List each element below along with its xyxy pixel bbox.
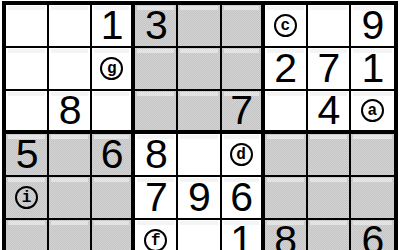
given-digit: 4 <box>317 90 339 131</box>
cell-r3c8[interactable]: 4 <box>308 91 351 134</box>
cell-r1c9[interactable]: 9 <box>351 5 394 48</box>
cell-r3c9[interactable]: a <box>351 91 394 134</box>
cell-r4c8[interactable] <box>308 134 351 177</box>
given-digit: 3 <box>145 5 167 46</box>
given-digit: 6 <box>101 134 123 175</box>
cell-r6c7[interactable]: 8 <box>265 220 308 250</box>
cell-r4c4[interactable]: 8 <box>135 134 178 177</box>
cell-r5c6[interactable]: 6 <box>222 177 265 220</box>
cell-r3c1[interactable] <box>6 91 49 134</box>
cell-r4c3[interactable]: 6 <box>92 134 135 177</box>
given-digit: 1 <box>101 5 123 46</box>
given-digit: 8 <box>274 220 296 250</box>
given-digit: 9 <box>362 5 384 46</box>
cell-r3c4[interactable] <box>135 91 178 134</box>
cell-r3c3[interactable] <box>92 91 135 134</box>
cell-r5c2[interactable] <box>49 177 92 220</box>
given-digit: 7 <box>145 177 167 218</box>
cell-r3c6[interactable]: 7 <box>222 91 265 134</box>
cell-r6c8[interactable] <box>308 220 351 250</box>
given-digit: 5 <box>16 134 38 175</box>
given-digit: 7 <box>317 48 339 89</box>
cell-r4c2[interactable] <box>49 134 92 177</box>
cell-r4c6[interactable]: d <box>222 134 265 177</box>
cell-r5c3[interactable] <box>92 177 135 220</box>
sudoku-grid: 13c9g271874a568di796f186 <box>6 5 394 250</box>
cell-r3c5[interactable] <box>178 91 221 134</box>
sudoku-scan: 13c9g271874a568di796f186 <box>0 0 400 250</box>
cell-r3c7[interactable] <box>265 91 308 134</box>
given-digit: 8 <box>59 90 81 131</box>
cell-r2c3[interactable]: g <box>92 48 135 91</box>
given-digit: 1 <box>362 48 384 89</box>
cell-r1c1[interactable] <box>6 5 49 48</box>
cell-r2c4[interactable] <box>135 48 178 91</box>
cell-r1c7[interactable]: c <box>265 5 308 48</box>
cell-r4c7[interactable] <box>265 134 308 177</box>
cell-r6c5[interactable] <box>178 220 221 250</box>
cell-r5c5[interactable]: 9 <box>178 177 221 220</box>
cell-r1c5[interactable] <box>178 5 221 48</box>
sudoku-board: 13c9g271874a568di796f186 <box>2 1 398 250</box>
cell-r4c1[interactable]: 5 <box>6 134 49 177</box>
cell-r3c2[interactable]: 8 <box>49 91 92 134</box>
given-digit: 1 <box>230 220 252 250</box>
cell-r2c1[interactable] <box>6 48 49 91</box>
cell-r4c9[interactable] <box>351 134 394 177</box>
given-digit: 9 <box>188 177 210 218</box>
cell-r5c8[interactable] <box>308 177 351 220</box>
cell-r4c5[interactable] <box>178 134 221 177</box>
circled-letter: c <box>274 14 297 37</box>
cell-r1c6[interactable] <box>222 5 265 48</box>
cell-r6c6[interactable]: 1 <box>222 220 265 250</box>
cell-r1c8[interactable] <box>308 5 351 48</box>
circled-letter: a <box>361 99 384 122</box>
cell-r2c5[interactable] <box>178 48 221 91</box>
given-digit: 8 <box>145 134 167 175</box>
cell-r2c8[interactable]: 7 <box>308 48 351 91</box>
cell-r1c3[interactable]: 1 <box>92 5 135 48</box>
cell-r5c9[interactable] <box>351 177 394 220</box>
cell-r5c1[interactable]: i <box>6 177 49 220</box>
cell-r2c6[interactable] <box>222 48 265 91</box>
circled-letter: g <box>100 57 123 80</box>
circled-letter: f <box>144 229 167 250</box>
given-digit: 7 <box>230 90 252 131</box>
cell-r6c1[interactable] <box>6 220 49 250</box>
cell-r1c4[interactable]: 3 <box>135 5 178 48</box>
given-digit: 2 <box>274 48 296 89</box>
cell-r6c3[interactable] <box>92 220 135 250</box>
given-digit: 6 <box>230 177 252 218</box>
cell-r2c9[interactable]: 1 <box>351 48 394 91</box>
cell-r1c2[interactable] <box>49 5 92 48</box>
circled-letter: i <box>15 186 38 209</box>
cell-r5c4[interactable]: 7 <box>135 177 178 220</box>
given-digit: 6 <box>362 220 384 250</box>
cell-r6c2[interactable] <box>49 220 92 250</box>
cell-r5c7[interactable] <box>265 177 308 220</box>
circled-letter: d <box>230 143 253 166</box>
cell-r2c7[interactable]: 2 <box>265 48 308 91</box>
cell-r6c4[interactable]: f <box>135 220 178 250</box>
cell-r2c2[interactable] <box>49 48 92 91</box>
cell-r6c9[interactable]: 6 <box>351 220 394 250</box>
